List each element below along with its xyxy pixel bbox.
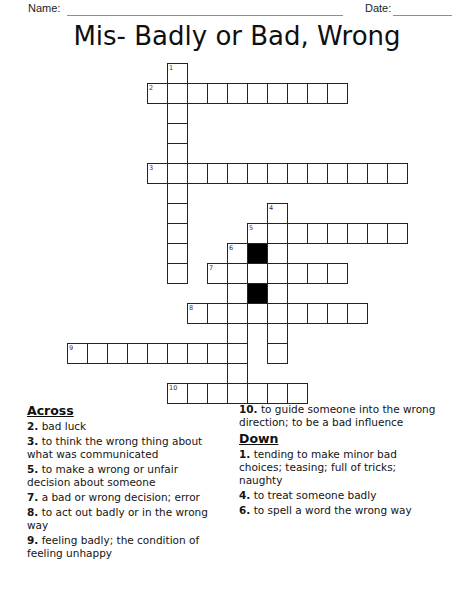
grid-cell-r14c5[interactable] bbox=[167, 343, 188, 364]
grid-cell-r12c7[interactable] bbox=[207, 303, 228, 324]
grid-cell-r12c8[interactable] bbox=[227, 303, 248, 324]
grid-cell-r1c4[interactable]: 2 bbox=[147, 83, 168, 104]
grid-cell-r12c11[interactable] bbox=[287, 303, 308, 324]
grid-cell-r14c10[interactable] bbox=[267, 343, 288, 364]
grid-cell-r8c9[interactable]: 5 bbox=[247, 223, 268, 244]
grid-cell-r7c10[interactable]: 4 bbox=[267, 203, 288, 224]
grid-cell-r6c5[interactable] bbox=[167, 183, 188, 204]
grid-cell-r10c13[interactable] bbox=[327, 263, 348, 284]
cell-number-6: 6 bbox=[229, 244, 233, 252]
grid-cell-r8c15[interactable] bbox=[367, 223, 388, 244]
black-cell-r9c9 bbox=[247, 243, 268, 264]
down-clue-list: 1. tending to make minor badchoices; tea… bbox=[239, 448, 471, 517]
clue-down-4: 4. to treat someone badly bbox=[239, 489, 471, 502]
grid-cell-r5c13[interactable] bbox=[327, 163, 348, 184]
grid-cell-r14c4[interactable] bbox=[147, 343, 168, 364]
grid-cell-r1c11[interactable] bbox=[287, 83, 308, 104]
crossword-worksheet: Name: Date: Mis- Badly or Bad, Wrong 123… bbox=[0, 0, 474, 613]
puzzle-title: Mis- Badly or Bad, Wrong bbox=[0, 20, 474, 52]
clue-across-8: 8. to act out badly or in the wrongway bbox=[27, 506, 235, 532]
grid-cell-r5c16[interactable] bbox=[387, 163, 408, 184]
grid-cell-r10c8[interactable] bbox=[227, 263, 248, 284]
clues-right-column: 10. to guide someone into the wrongdirec… bbox=[239, 403, 471, 519]
clue-down-1: 1. tending to make minor badchoices; tea… bbox=[239, 448, 471, 487]
grid-cell-r1c10[interactable] bbox=[267, 83, 288, 104]
grid-cell-r3c5[interactable] bbox=[167, 123, 188, 144]
grid-cell-r1c5[interactable] bbox=[167, 83, 188, 104]
grid-cell-r13c10[interactable] bbox=[267, 323, 288, 344]
grid-cell-r16c5[interactable]: 10 bbox=[167, 383, 188, 404]
grid-cell-r5c15[interactable] bbox=[367, 163, 388, 184]
clue-number: 9. bbox=[27, 534, 38, 546]
grid-cell-r12c10[interactable] bbox=[267, 303, 288, 324]
grid-cell-r14c2[interactable] bbox=[107, 343, 128, 364]
cell-number-10: 10 bbox=[169, 384, 177, 392]
grid-cell-r16c10[interactable] bbox=[267, 383, 288, 404]
grid-cell-r8c14[interactable] bbox=[347, 223, 368, 244]
grid-cell-r1c12[interactable] bbox=[307, 83, 328, 104]
clue-number: 6. bbox=[239, 504, 250, 516]
grid-cell-r12c14[interactable] bbox=[347, 303, 368, 324]
grid-cell-r5c4[interactable]: 3 bbox=[147, 163, 168, 184]
across-clue-list-continued: 10. to guide someone into the wrongdirec… bbox=[239, 403, 471, 429]
clue-across-2: 2. bad luck bbox=[27, 420, 235, 433]
date-field[interactable] bbox=[393, 0, 452, 16]
cell-number-1: 1 bbox=[169, 64, 173, 72]
clue-number: 1. bbox=[239, 448, 250, 460]
grid-cell-r13c8[interactable] bbox=[227, 323, 248, 344]
grid-cell-r11c10[interactable] bbox=[267, 283, 288, 304]
grid-cell-r1c6[interactable] bbox=[187, 83, 208, 104]
clue-number: 3. bbox=[27, 435, 38, 447]
grid-cell-r2c5[interactable] bbox=[167, 103, 188, 124]
clues-left-column: Across 2. bad luck3. to think the wrong … bbox=[27, 403, 235, 562]
grid-cell-r14c1[interactable] bbox=[87, 343, 108, 364]
cell-number-5: 5 bbox=[249, 224, 253, 232]
grid-cell-r5c12[interactable] bbox=[307, 163, 328, 184]
grid-cell-r11c8[interactable] bbox=[227, 283, 248, 304]
grid-cell-r10c9[interactable] bbox=[247, 263, 268, 284]
grid-cell-r12c13[interactable] bbox=[327, 303, 348, 324]
grid-cell-r10c5[interactable] bbox=[167, 263, 188, 284]
grid-cell-r8c16[interactable] bbox=[387, 223, 408, 244]
clue-number: 8. bbox=[27, 506, 38, 518]
grid-cell-r7c5[interactable] bbox=[167, 203, 188, 224]
across-clue-list: 2. bad luck3. to think the wrong thing a… bbox=[27, 420, 235, 560]
grid-cell-r16c11[interactable] bbox=[287, 383, 308, 404]
date-label: Date: bbox=[365, 2, 391, 15]
clue-across-9: 9. feeling badly; the condition offeelin… bbox=[27, 534, 235, 560]
grid-cell-r5c7[interactable] bbox=[207, 163, 228, 184]
name-label: Name: bbox=[28, 2, 60, 15]
grid-cell-r10c12[interactable] bbox=[307, 263, 328, 284]
grid-cell-r16c9[interactable] bbox=[247, 383, 268, 404]
grid-cell-r8c12[interactable] bbox=[307, 223, 328, 244]
grid-cell-r14c8[interactable] bbox=[227, 343, 248, 364]
clue-across-3: 3. to think the wrong thing aboutwhat wa… bbox=[27, 435, 235, 461]
grid-cell-r1c7[interactable] bbox=[207, 83, 228, 104]
clue-number: 10. bbox=[239, 403, 258, 415]
grid-cell-r16c7[interactable] bbox=[207, 383, 228, 404]
clue-number: 7. bbox=[27, 491, 38, 503]
crossword-grid: 12345678910 bbox=[67, 63, 408, 404]
grid-cell-r14c0[interactable]: 9 bbox=[67, 343, 88, 364]
clue-down-6: 6. to spell a word the wrong way bbox=[239, 504, 471, 517]
grid-cell-r9c10[interactable] bbox=[267, 243, 288, 264]
grid-cell-r12c12[interactable] bbox=[307, 303, 328, 324]
grid-cell-r5c11[interactable] bbox=[287, 163, 308, 184]
cell-number-4: 4 bbox=[269, 204, 273, 212]
grid-cell-r12c9[interactable] bbox=[247, 303, 268, 324]
name-field[interactable] bbox=[67, 0, 343, 16]
grid-cell-r8c10[interactable] bbox=[267, 223, 288, 244]
grid-cell-r8c5[interactable] bbox=[167, 223, 188, 244]
grid-cell-r16c6[interactable] bbox=[187, 383, 208, 404]
black-cell-r11c9 bbox=[247, 283, 268, 304]
grid-cell-r5c5[interactable] bbox=[167, 163, 188, 184]
grid-cell-r10c10[interactable] bbox=[267, 263, 288, 284]
grid-cell-r5c6[interactable] bbox=[187, 163, 208, 184]
grid-cell-r12c6[interactable]: 8 bbox=[187, 303, 208, 324]
grid-cell-r9c8[interactable]: 6 bbox=[227, 243, 248, 264]
cell-number-9: 9 bbox=[69, 344, 73, 352]
grid-cell-r1c13[interactable] bbox=[327, 83, 348, 104]
grid-cell-r14c3[interactable] bbox=[127, 343, 148, 364]
grid-cell-r5c8[interactable] bbox=[227, 163, 248, 184]
grid-cell-r9c5[interactable] bbox=[167, 243, 188, 264]
grid-cell-r8c13[interactable] bbox=[327, 223, 348, 244]
grid-cell-r10c7[interactable]: 7 bbox=[207, 263, 228, 284]
grid-cell-r0c5[interactable]: 1 bbox=[167, 63, 188, 84]
grid-cell-r8c11[interactable] bbox=[287, 223, 308, 244]
grid-cell-r14c6[interactable] bbox=[187, 343, 208, 364]
clue-across-10: 10. to guide someone into the wrongdirec… bbox=[239, 403, 471, 429]
cell-number-2: 2 bbox=[149, 84, 153, 92]
grid-cell-r16c8[interactable] bbox=[227, 383, 248, 404]
clue-number: 5. bbox=[27, 463, 38, 475]
clue-number: 2. bbox=[27, 420, 38, 432]
clue-across-7: 7. a bad or wrong decision; error bbox=[27, 491, 235, 504]
clue-across-5: 5. to make a wrong or unfairdecision abo… bbox=[27, 463, 235, 489]
grid-cell-r1c8[interactable] bbox=[227, 83, 248, 104]
cell-number-3: 3 bbox=[149, 164, 153, 172]
grid-cell-r10c11[interactable] bbox=[287, 263, 308, 284]
grid-cell-r1c9[interactable] bbox=[247, 83, 268, 104]
grid-cell-r15c8[interactable] bbox=[227, 363, 248, 384]
cell-number-7: 7 bbox=[209, 264, 213, 272]
grid-cell-r14c7[interactable] bbox=[207, 343, 228, 364]
grid-cell-r5c10[interactable] bbox=[267, 163, 288, 184]
across-heading: Across bbox=[27, 403, 235, 418]
grid-cell-r5c9[interactable] bbox=[247, 163, 268, 184]
down-heading: Down bbox=[239, 431, 471, 446]
grid-cell-r5c14[interactable] bbox=[347, 163, 368, 184]
clue-number: 4. bbox=[239, 489, 250, 501]
grid-cell-r4c5[interactable] bbox=[167, 143, 188, 164]
cell-number-8: 8 bbox=[189, 304, 193, 312]
